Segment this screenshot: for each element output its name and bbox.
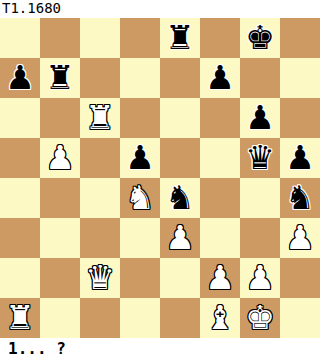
square-b3[interactable] (40, 218, 80, 258)
square-g5[interactable]: ♛ (240, 138, 280, 178)
square-b5[interactable]: ♟ (40, 138, 80, 178)
square-e5[interactable] (160, 138, 200, 178)
square-d2[interactable] (120, 258, 160, 298)
square-f1[interactable]: ♝ (200, 298, 240, 338)
square-f2[interactable]: ♟ (200, 258, 240, 298)
square-a2[interactable] (0, 258, 40, 298)
square-e7[interactable] (160, 58, 200, 98)
square-a1[interactable]: ♜ (0, 298, 40, 338)
square-f5[interactable] (200, 138, 240, 178)
square-c4[interactable] (80, 178, 120, 218)
square-a3[interactable] (0, 218, 40, 258)
square-g1[interactable]: ♚ (240, 298, 280, 338)
piece-black-pawn: ♟ (285, 138, 315, 178)
square-g4[interactable] (240, 178, 280, 218)
square-e3[interactable]: ♟ (160, 218, 200, 258)
square-e1[interactable] (160, 298, 200, 338)
square-d3[interactable] (120, 218, 160, 258)
piece-black-queen: ♛ (245, 138, 275, 178)
piece-white-king: ♚ (245, 298, 275, 338)
square-e4[interactable]: ♞ (160, 178, 200, 218)
square-c3[interactable] (80, 218, 120, 258)
square-b4[interactable] (40, 178, 80, 218)
piece-white-rook: ♜ (85, 98, 115, 138)
piece-black-pawn: ♟ (205, 58, 235, 98)
piece-white-bishop: ♝ (205, 298, 235, 338)
square-d8[interactable] (120, 18, 160, 58)
piece-white-pawn: ♟ (45, 138, 75, 178)
square-c1[interactable] (80, 298, 120, 338)
square-a4[interactable] (0, 178, 40, 218)
piece-white-queen: ♛ (85, 258, 115, 298)
piece-white-pawn: ♟ (165, 218, 195, 258)
piece-black-pawn: ♟ (125, 138, 155, 178)
square-g7[interactable] (240, 58, 280, 98)
square-b1[interactable] (40, 298, 80, 338)
square-c7[interactable] (80, 58, 120, 98)
piece-black-pawn: ♟ (245, 98, 275, 138)
square-b7[interactable]: ♜ (40, 58, 80, 98)
square-f3[interactable] (200, 218, 240, 258)
square-f6[interactable] (200, 98, 240, 138)
square-a5[interactable] (0, 138, 40, 178)
square-b2[interactable] (40, 258, 80, 298)
square-d6[interactable] (120, 98, 160, 138)
square-d4[interactable]: ♞ (120, 178, 160, 218)
square-g6[interactable]: ♟ (240, 98, 280, 138)
square-h6[interactable] (280, 98, 320, 138)
square-c8[interactable] (80, 18, 120, 58)
square-d7[interactable] (120, 58, 160, 98)
square-h3[interactable]: ♟ (280, 218, 320, 258)
square-g2[interactable]: ♟ (240, 258, 280, 298)
square-h5[interactable]: ♟ (280, 138, 320, 178)
square-a8[interactable] (0, 18, 40, 58)
square-d1[interactable] (120, 298, 160, 338)
square-g8[interactable]: ♚ (240, 18, 280, 58)
square-e6[interactable] (160, 98, 200, 138)
square-h4[interactable]: ♞ (280, 178, 320, 218)
puzzle-id-label: T1.1680 (0, 0, 320, 18)
square-h7[interactable] (280, 58, 320, 98)
piece-black-rook: ♜ (45, 58, 75, 98)
square-f7[interactable]: ♟ (200, 58, 240, 98)
square-e8[interactable]: ♜ (160, 18, 200, 58)
piece-white-rook: ♜ (5, 298, 35, 338)
square-f4[interactable] (200, 178, 240, 218)
square-b8[interactable] (40, 18, 80, 58)
piece-black-rook: ♜ (165, 18, 195, 58)
square-c5[interactable] (80, 138, 120, 178)
square-d5[interactable]: ♟ (120, 138, 160, 178)
piece-black-knight: ♞ (165, 178, 195, 218)
square-c6[interactable]: ♜ (80, 98, 120, 138)
square-a7[interactable]: ♟ (0, 58, 40, 98)
move-prompt-label: 1... ? (0, 338, 320, 360)
piece-white-pawn: ♟ (245, 258, 275, 298)
piece-white-knight: ♞ (125, 178, 155, 218)
square-f8[interactable] (200, 18, 240, 58)
piece-white-pawn: ♟ (285, 218, 315, 258)
chess-board: ♜♚♟♜♟♜♟♟♟♛♟♞♞♞♟♟♛♟♟♜♝♚ (0, 18, 320, 338)
square-g3[interactable] (240, 218, 280, 258)
square-c2[interactable]: ♛ (80, 258, 120, 298)
square-a6[interactable] (0, 98, 40, 138)
piece-black-pawn: ♟ (5, 58, 35, 98)
square-e2[interactable] (160, 258, 200, 298)
square-h8[interactable] (280, 18, 320, 58)
piece-white-pawn: ♟ (205, 258, 235, 298)
square-h2[interactable] (280, 258, 320, 298)
piece-black-king: ♚ (245, 18, 275, 58)
square-b6[interactable] (40, 98, 80, 138)
piece-black-knight: ♞ (285, 178, 315, 218)
square-h1[interactable] (280, 298, 320, 338)
